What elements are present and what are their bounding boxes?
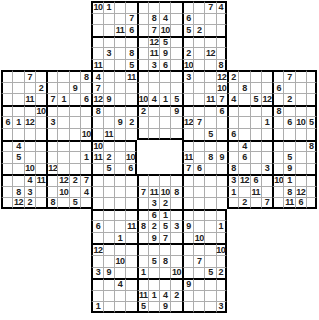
sudoku-cell-empty[interactable] <box>204 70 215 82</box>
sudoku-cell-empty[interactable] <box>125 82 136 94</box>
sudoku-cell-empty[interactable] <box>91 13 102 25</box>
sudoku-cell-empty[interactable] <box>137 70 148 82</box>
sudoku-cell-empty[interactable] <box>57 116 68 128</box>
sudoku-cell-empty[interactable] <box>227 197 238 209</box>
sudoku-cell-empty[interactable] <box>170 82 181 94</box>
sudoku-cell-empty[interactable] <box>137 128 148 140</box>
sudoku-cell-empty[interactable] <box>227 105 238 117</box>
sudoku-cell-empty[interactable] <box>193 59 204 71</box>
sudoku-cell-empty[interactable] <box>46 70 57 82</box>
sudoku-cell-empty[interactable] <box>91 128 102 140</box>
sudoku-cell-empty[interactable] <box>170 255 181 267</box>
sudoku-cell-empty[interactable] <box>204 278 215 290</box>
sudoku-cell-empty[interactable] <box>91 209 102 221</box>
sudoku-cell-empty[interactable] <box>170 36 181 48</box>
sudoku-cell-empty[interactable] <box>114 267 125 279</box>
sudoku-cell-empty[interactable] <box>204 24 215 36</box>
sudoku-cell-empty[interactable] <box>283 128 294 140</box>
sudoku-cell-empty[interactable] <box>295 82 306 94</box>
sudoku-cell-empty[interactable] <box>1 128 12 140</box>
sudoku-cell-empty[interactable] <box>216 47 227 59</box>
sudoku-cell-empty[interactable] <box>125 140 136 152</box>
sudoku-cell-empty[interactable] <box>12 163 23 175</box>
sudoku-cell-empty[interactable] <box>227 82 238 94</box>
sudoku-cell-empty[interactable] <box>103 197 114 209</box>
sudoku-cell-empty[interactable] <box>114 163 125 175</box>
sudoku-cell-empty[interactable] <box>114 174 125 186</box>
sudoku-cell-empty[interactable] <box>182 243 193 255</box>
sudoku-cell-empty[interactable] <box>238 116 249 128</box>
sudoku-cell-empty[interactable] <box>148 82 159 94</box>
sudoku-cell-empty[interactable] <box>24 128 35 140</box>
sudoku-cell-empty[interactable] <box>125 197 136 209</box>
sudoku-cell-empty[interactable] <box>1 93 12 105</box>
sudoku-cell-empty[interactable] <box>182 267 193 279</box>
sudoku-cell-empty[interactable] <box>159 174 170 186</box>
sudoku-cell-empty[interactable] <box>1 105 12 117</box>
sudoku-cell-empty[interactable] <box>182 93 193 105</box>
sudoku-cell-empty[interactable] <box>182 174 193 186</box>
sudoku-cell-empty[interactable] <box>69 140 80 152</box>
sudoku-cell-empty[interactable] <box>159 128 170 140</box>
sudoku-cell-empty[interactable] <box>250 70 261 82</box>
sudoku-cell-empty[interactable] <box>114 13 125 25</box>
sudoku-cell-empty[interactable] <box>114 70 125 82</box>
sudoku-cell-empty[interactable] <box>261 151 272 163</box>
sudoku-cell-empty[interactable] <box>204 174 215 186</box>
sudoku-cell-empty[interactable] <box>91 47 102 59</box>
sudoku-cell-empty[interactable] <box>137 24 148 36</box>
sudoku-cell-empty[interactable] <box>306 70 317 82</box>
sudoku-cell-empty[interactable] <box>125 255 136 267</box>
sudoku-cell-empty[interactable] <box>103 105 114 117</box>
sudoku-cell-empty[interactable] <box>12 82 23 94</box>
sudoku-cell-empty[interactable] <box>137 243 148 255</box>
sudoku-cell-empty[interactable] <box>24 151 35 163</box>
sudoku-cell-empty[interactable] <box>204 290 215 302</box>
sudoku-cell-empty[interactable] <box>125 209 136 221</box>
sudoku-cell-empty[interactable] <box>193 197 204 209</box>
sudoku-cell-empty[interactable] <box>204 13 215 25</box>
sudoku-cell-empty[interactable] <box>69 93 80 105</box>
sudoku-cell-empty[interactable] <box>204 140 215 152</box>
sudoku-cell-empty[interactable] <box>103 174 114 186</box>
sudoku-cell-empty[interactable] <box>250 197 261 209</box>
sudoku-cell-empty[interactable] <box>91 186 102 198</box>
sudoku-cell-empty[interactable] <box>216 36 227 48</box>
sudoku-cell-empty[interactable] <box>261 140 272 152</box>
sudoku-cell-empty[interactable] <box>170 24 181 36</box>
sudoku-cell-empty[interactable] <box>159 267 170 279</box>
sudoku-cell-empty[interactable] <box>170 174 181 186</box>
sudoku-cell-empty[interactable] <box>148 267 159 279</box>
sudoku-cell-empty[interactable] <box>137 47 148 59</box>
sudoku-cell-empty[interactable] <box>306 163 317 175</box>
sudoku-cell-empty[interactable] <box>57 197 68 209</box>
sudoku-cell-empty[interactable] <box>103 59 114 71</box>
sudoku-cell-empty[interactable] <box>114 105 125 117</box>
sudoku-cell-empty[interactable] <box>170 232 181 244</box>
sudoku-cell-empty[interactable] <box>170 278 181 290</box>
sudoku-cell-empty[interactable] <box>216 290 227 302</box>
sudoku-cell-empty[interactable] <box>182 36 193 48</box>
sudoku-cell-empty[interactable] <box>170 128 181 140</box>
sudoku-cell-empty[interactable] <box>137 255 148 267</box>
sudoku-cell-empty[interactable] <box>24 140 35 152</box>
sudoku-cell-empty[interactable] <box>114 186 125 198</box>
sudoku-cell-empty[interactable] <box>193 82 204 94</box>
sudoku-cell-empty[interactable] <box>238 163 249 175</box>
sudoku-cell-empty[interactable] <box>114 47 125 59</box>
sudoku-cell-empty[interactable] <box>238 93 249 105</box>
sudoku-cell-empty[interactable] <box>272 128 283 140</box>
sudoku-cell-empty[interactable] <box>250 163 261 175</box>
sudoku-cell-empty[interactable] <box>204 105 215 117</box>
sudoku-cell-empty[interactable] <box>295 163 306 175</box>
sudoku-cell-empty[interactable] <box>125 1 136 13</box>
sudoku-cell-empty[interactable] <box>35 140 46 152</box>
sudoku-cell-empty[interactable] <box>238 128 249 140</box>
sudoku-cell-empty[interactable] <box>125 278 136 290</box>
sudoku-cell-empty[interactable] <box>148 243 159 255</box>
sudoku-cell-empty[interactable] <box>261 128 272 140</box>
sudoku-cell-empty[interactable] <box>182 82 193 94</box>
sudoku-cell-empty[interactable] <box>193 243 204 255</box>
sudoku-cell-empty[interactable] <box>1 174 12 186</box>
sudoku-cell-empty[interactable] <box>35 151 46 163</box>
sudoku-cell-empty[interactable] <box>193 220 204 232</box>
sudoku-cell-empty[interactable] <box>227 151 238 163</box>
sudoku-cell-empty[interactable] <box>125 36 136 48</box>
sudoku-cell-empty[interactable] <box>46 82 57 94</box>
sudoku-cell-empty[interactable] <box>114 220 125 232</box>
sudoku-cell-empty[interactable] <box>91 290 102 302</box>
sudoku-cell-empty[interactable] <box>306 174 317 186</box>
sudoku-cell-empty[interactable] <box>80 163 91 175</box>
sudoku-cell-empty[interactable] <box>159 278 170 290</box>
sudoku-cell-empty[interactable] <box>193 301 204 313</box>
sudoku-cell-empty[interactable] <box>216 278 227 290</box>
sudoku-cell-empty[interactable] <box>216 163 227 175</box>
sudoku-cell-empty[interactable] <box>193 105 204 117</box>
sudoku-cell-empty[interactable] <box>295 105 306 117</box>
sudoku-cell-empty[interactable] <box>114 36 125 48</box>
sudoku-cell-empty[interactable] <box>137 13 148 25</box>
sudoku-cell-empty[interactable] <box>261 70 272 82</box>
sudoku-cell-empty[interactable] <box>295 174 306 186</box>
sudoku-cell-empty[interactable] <box>204 163 215 175</box>
sudoku-cell-empty[interactable] <box>306 105 317 117</box>
sudoku-cell-empty[interactable] <box>159 116 170 128</box>
sudoku-cell-empty[interactable] <box>114 128 125 140</box>
sudoku-cell-empty[interactable] <box>114 93 125 105</box>
sudoku-cell-empty[interactable] <box>69 70 80 82</box>
sudoku-cell-empty[interactable] <box>103 24 114 36</box>
sudoku-cell-empty[interactable] <box>125 290 136 302</box>
sudoku-cell-empty[interactable] <box>216 186 227 198</box>
sudoku-cell-empty[interactable] <box>170 197 181 209</box>
sudoku-cell-empty[interactable] <box>91 255 102 267</box>
sudoku-cell-empty[interactable] <box>91 24 102 36</box>
sudoku-cell-empty[interactable] <box>103 82 114 94</box>
sudoku-cell-empty[interactable] <box>103 186 114 198</box>
sudoku-cell-empty[interactable] <box>148 105 159 117</box>
sudoku-cell-empty[interactable] <box>148 116 159 128</box>
sudoku-cell-empty[interactable] <box>1 151 12 163</box>
sudoku-cell-empty[interactable] <box>272 93 283 105</box>
sudoku-cell-empty[interactable] <box>57 140 68 152</box>
sudoku-cell-empty[interactable] <box>35 116 46 128</box>
sudoku-cell-empty[interactable] <box>204 255 215 267</box>
sudoku-cell-empty[interactable] <box>12 174 23 186</box>
sudoku-cell-empty[interactable] <box>137 278 148 290</box>
sudoku-cell-empty[interactable] <box>103 255 114 267</box>
sudoku-cell-empty[interactable] <box>57 82 68 94</box>
sudoku-cell-empty[interactable] <box>91 278 102 290</box>
sudoku-cell-empty[interactable] <box>261 186 272 198</box>
sudoku-cell-empty[interactable] <box>216 140 227 152</box>
sudoku-cell-empty[interactable] <box>103 278 114 290</box>
sudoku-cell-empty[interactable] <box>46 151 57 163</box>
sudoku-cell-empty[interactable] <box>103 232 114 244</box>
sudoku-cell-empty[interactable] <box>227 140 238 152</box>
sudoku-cell-empty[interactable] <box>204 186 215 198</box>
sudoku-cell-empty[interactable] <box>148 70 159 82</box>
sudoku-cell-empty[interactable] <box>35 70 46 82</box>
sudoku-cell-empty[interactable] <box>125 128 136 140</box>
sudoku-cell-empty[interactable] <box>69 105 80 117</box>
sudoku-cell-empty[interactable] <box>238 105 249 117</box>
sudoku-cell-empty[interactable] <box>137 116 148 128</box>
sudoku-cell-empty[interactable] <box>204 116 215 128</box>
sudoku-cell-empty[interactable] <box>159 105 170 117</box>
sudoku-cell-empty[interactable] <box>216 128 227 140</box>
sudoku-cell-empty[interactable] <box>46 128 57 140</box>
sudoku-cell-empty[interactable] <box>35 186 46 198</box>
sudoku-cell-empty[interactable] <box>193 1 204 13</box>
sudoku-cell-empty[interactable] <box>204 197 215 209</box>
sudoku-cell-empty[interactable] <box>125 301 136 313</box>
sudoku-cell-empty[interactable] <box>80 82 91 94</box>
sudoku-cell-empty[interactable] <box>103 36 114 48</box>
sudoku-cell-empty[interactable] <box>69 151 80 163</box>
sudoku-cell-empty[interactable] <box>204 209 215 221</box>
sudoku-cell-empty[interactable] <box>57 70 68 82</box>
sudoku-cell-empty[interactable] <box>204 301 215 313</box>
sudoku-cell-empty[interactable] <box>57 163 68 175</box>
sudoku-cell-empty[interactable] <box>1 70 12 82</box>
sudoku-cell-empty[interactable] <box>261 105 272 117</box>
sudoku-cell-empty[interactable] <box>204 36 215 48</box>
sudoku-cell-empty[interactable] <box>261 82 272 94</box>
sudoku-cell-empty[interactable] <box>137 36 148 48</box>
sudoku-cell-empty[interactable] <box>216 24 227 36</box>
sudoku-cell-empty[interactable] <box>69 128 80 140</box>
sudoku-cell-empty[interactable] <box>125 93 136 105</box>
sudoku-cell-empty[interactable] <box>103 243 114 255</box>
sudoku-cell-empty[interactable] <box>103 301 114 313</box>
sudoku-cell-empty[interactable] <box>103 290 114 302</box>
sudoku-cell-empty[interactable] <box>137 59 148 71</box>
sudoku-cell-empty[interactable] <box>103 140 114 152</box>
sudoku-cell-empty[interactable] <box>250 82 261 94</box>
sudoku-cell-empty[interactable] <box>91 232 102 244</box>
sudoku-cell-empty[interactable] <box>182 255 193 267</box>
sudoku-cell-empty[interactable] <box>35 163 46 175</box>
sudoku-cell-empty[interactable] <box>1 186 12 198</box>
sudoku-cell-empty[interactable] <box>103 116 114 128</box>
sudoku-cell-empty[interactable] <box>250 151 261 163</box>
sudoku-cell-empty[interactable] <box>91 163 102 175</box>
sudoku-cell-empty[interactable] <box>193 278 204 290</box>
sudoku-cell-empty[interactable] <box>193 186 204 198</box>
sudoku-cell-empty[interactable] <box>35 197 46 209</box>
sudoku-cell-empty[interactable] <box>114 301 125 313</box>
sudoku-cell-empty[interactable] <box>306 197 317 209</box>
sudoku-cell-empty[interactable] <box>283 105 294 117</box>
sudoku-cell-empty[interactable] <box>216 13 227 25</box>
sudoku-cell-empty[interactable] <box>182 290 193 302</box>
sudoku-cell-empty[interactable] <box>182 301 193 313</box>
sudoku-cell-empty[interactable] <box>137 197 148 209</box>
sudoku-cell-empty[interactable] <box>170 116 181 128</box>
sudoku-cell-empty[interactable] <box>125 243 136 255</box>
sudoku-cell-empty[interactable] <box>216 209 227 221</box>
sudoku-cell-empty[interactable] <box>170 70 181 82</box>
sudoku-cell-empty[interactable] <box>125 174 136 186</box>
sudoku-cell-empty[interactable] <box>170 47 181 59</box>
sudoku-cell-empty[interactable] <box>204 243 215 255</box>
sudoku-cell-empty[interactable] <box>170 209 181 221</box>
sudoku-cell-empty[interactable] <box>103 70 114 82</box>
sudoku-cell-empty[interactable] <box>114 290 125 302</box>
sudoku-cell-empty[interactable] <box>114 197 125 209</box>
sudoku-cell-empty[interactable] <box>125 105 136 117</box>
sudoku-cell-empty[interactable] <box>170 59 181 71</box>
sudoku-cell-empty[interactable] <box>193 209 204 221</box>
sudoku-cell-empty[interactable] <box>272 197 283 209</box>
sudoku-cell-empty[interactable] <box>193 36 204 48</box>
sudoku-cell-empty[interactable] <box>69 163 80 175</box>
sudoku-cell-empty[interactable] <box>193 93 204 105</box>
sudoku-cell-empty[interactable] <box>295 128 306 140</box>
sudoku-cell-empty[interactable] <box>182 105 193 117</box>
sudoku-cell-empty[interactable] <box>193 174 204 186</box>
sudoku-cell-empty[interactable] <box>170 13 181 25</box>
sudoku-cell-empty[interactable] <box>193 267 204 279</box>
sudoku-cell-empty[interactable] <box>193 290 204 302</box>
sudoku-cell-empty[interactable] <box>46 105 57 117</box>
sudoku-cell-empty[interactable] <box>103 220 114 232</box>
sudoku-cell-empty[interactable] <box>57 105 68 117</box>
sudoku-cell-empty[interactable] <box>125 232 136 244</box>
sudoku-cell-empty[interactable] <box>114 243 125 255</box>
sudoku-cell-empty[interactable] <box>91 116 102 128</box>
sudoku-cell-empty[interactable] <box>57 151 68 163</box>
sudoku-cell-empty[interactable] <box>295 70 306 82</box>
sudoku-cell-empty[interactable] <box>80 116 91 128</box>
sudoku-cell-empty[interactable] <box>182 1 193 13</box>
sudoku-cell-empty[interactable] <box>103 209 114 221</box>
sudoku-cell-empty[interactable] <box>182 197 193 209</box>
sudoku-cell-empty[interactable] <box>182 186 193 198</box>
sudoku-cell-empty[interactable] <box>159 82 170 94</box>
sudoku-cell-empty[interactable] <box>204 220 215 232</box>
sudoku-cell-empty[interactable] <box>204 82 215 94</box>
sudoku-cell-empty[interactable] <box>80 197 91 209</box>
sudoku-cell-empty[interactable] <box>283 140 294 152</box>
sudoku-cell-empty[interactable] <box>295 93 306 105</box>
sudoku-cell-empty[interactable] <box>159 70 170 82</box>
sudoku-cell-empty[interactable] <box>114 82 125 94</box>
sudoku-cell-empty[interactable] <box>204 59 215 71</box>
sudoku-cell-empty[interactable] <box>216 232 227 244</box>
sudoku-cell-empty[interactable] <box>272 140 283 152</box>
sudoku-cell-empty[interactable] <box>114 140 125 152</box>
sudoku-cell-empty[interactable] <box>170 301 181 313</box>
sudoku-cell-empty[interactable] <box>114 1 125 13</box>
sudoku-cell-empty[interactable] <box>159 1 170 13</box>
sudoku-cell-empty[interactable] <box>125 267 136 279</box>
sudoku-cell-empty[interactable] <box>272 116 283 128</box>
sudoku-cell-empty[interactable] <box>24 105 35 117</box>
sudoku-cell-empty[interactable] <box>261 174 272 186</box>
sudoku-cell-empty[interactable] <box>306 93 317 105</box>
sudoku-cell-empty[interactable] <box>193 13 204 25</box>
sudoku-cell-empty[interactable] <box>216 174 227 186</box>
sudoku-cell-empty[interactable] <box>170 243 181 255</box>
sudoku-cell-empty[interactable] <box>12 70 23 82</box>
sudoku-cell-empty[interactable] <box>148 278 159 290</box>
sudoku-cell-empty[interactable] <box>35 128 46 140</box>
sudoku-cell-empty[interactable] <box>295 140 306 152</box>
sudoku-cell-empty[interactable] <box>1 140 12 152</box>
sudoku-cell-empty[interactable] <box>148 1 159 13</box>
sudoku-cell-empty[interactable] <box>12 128 23 140</box>
sudoku-cell-empty[interactable] <box>125 186 136 198</box>
sudoku-cell-empty[interactable] <box>182 209 193 221</box>
sudoku-cell-empty[interactable] <box>69 186 80 198</box>
sudoku-cell-empty[interactable] <box>193 128 204 140</box>
sudoku-cell-empty[interactable] <box>46 140 57 152</box>
sudoku-cell-empty[interactable] <box>250 105 261 117</box>
sudoku-cell-empty[interactable] <box>227 116 238 128</box>
sudoku-cell-empty[interactable] <box>238 70 249 82</box>
sudoku-cell-empty[interactable] <box>182 232 193 244</box>
sudoku-cell-empty[interactable] <box>137 174 148 186</box>
sudoku-cell-empty[interactable] <box>216 255 227 267</box>
sudoku-cell-empty[interactable] <box>306 151 317 163</box>
sudoku-cell-empty[interactable] <box>114 151 125 163</box>
sudoku-cell-empty[interactable] <box>306 82 317 94</box>
sudoku-cell-empty[interactable] <box>91 36 102 48</box>
sudoku-cell-empty[interactable] <box>1 163 12 175</box>
sudoku-cell-empty[interactable] <box>69 116 80 128</box>
sudoku-cell-empty[interactable] <box>137 209 148 221</box>
sudoku-cell-empty[interactable] <box>250 128 261 140</box>
sudoku-cell-empty[interactable] <box>250 140 261 152</box>
sudoku-cell-empty[interactable] <box>295 151 306 163</box>
sudoku-cell-empty[interactable] <box>204 232 215 244</box>
sudoku-cell-empty[interactable] <box>57 128 68 140</box>
sudoku-cell-empty[interactable] <box>306 186 317 198</box>
sudoku-cell-empty[interactable] <box>137 82 148 94</box>
sudoku-cell-empty[interactable] <box>272 186 283 198</box>
sudoku-cell-empty[interactable] <box>1 82 12 94</box>
sudoku-cell-empty[interactable] <box>46 174 57 186</box>
sudoku-cell-empty[interactable] <box>216 116 227 128</box>
sudoku-cell-empty[interactable] <box>148 301 159 313</box>
